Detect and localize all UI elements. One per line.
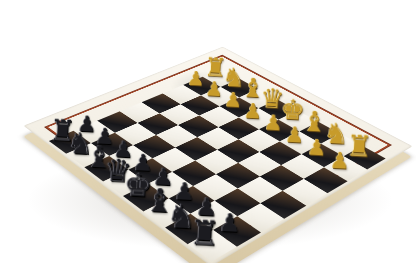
product-photo-scene: ♜♞♝♛♚♝♞♜♟♟♟♟♟♟♟♟♟♟♟♟♟♟♟♟♜♞♝♛♚♝♞♜ <box>0 0 416 263</box>
piece-white-pawn[interactable]: ♟ <box>316 149 364 174</box>
square[interactable] <box>217 139 259 163</box>
piece-black-rook[interactable]: ♜ <box>177 215 232 252</box>
